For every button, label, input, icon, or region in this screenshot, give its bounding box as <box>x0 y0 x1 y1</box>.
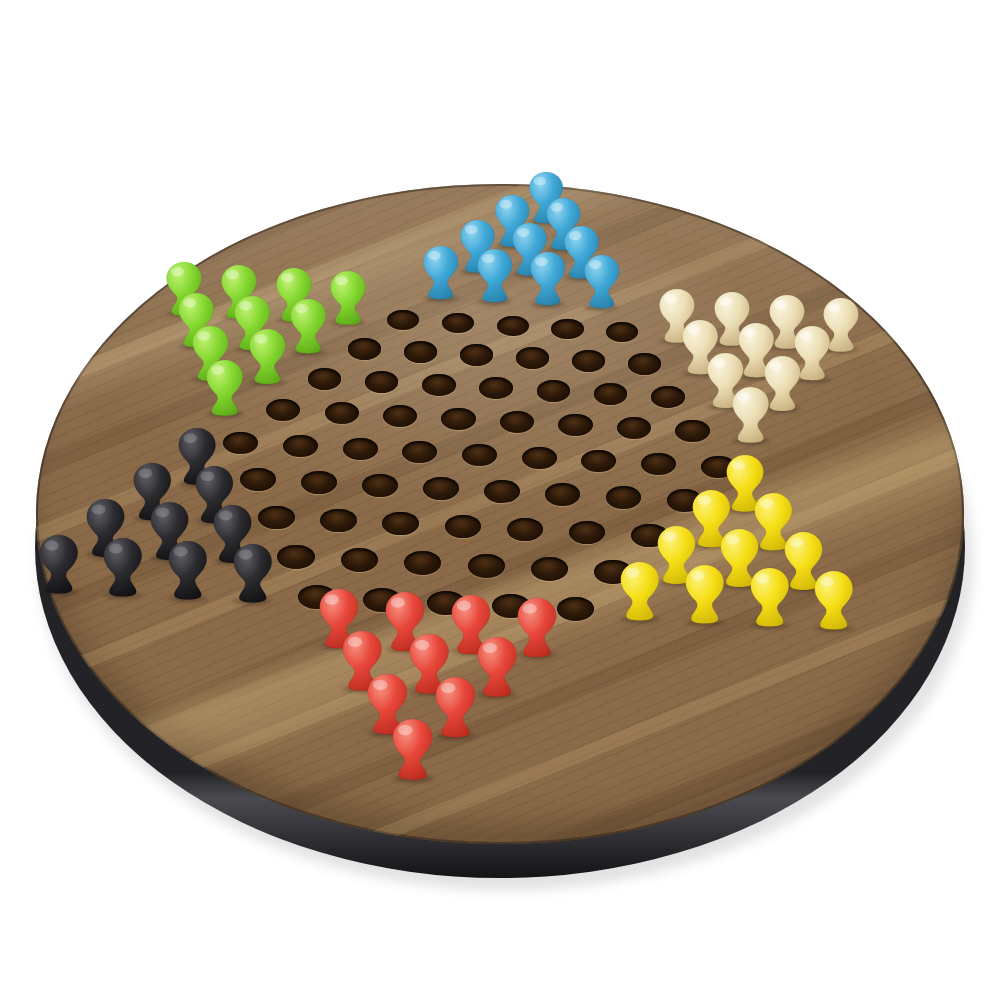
chinese-checkers-scene <box>0 0 1000 1000</box>
peg-shape-icon <box>37 534 80 594</box>
board-hole[interactable] <box>404 551 441 575</box>
peg-shape-icon <box>247 328 288 385</box>
peg-shape-icon <box>101 537 144 597</box>
board-hole[interactable] <box>423 477 459 500</box>
peg-shape-icon <box>166 540 209 600</box>
board-hole[interactable] <box>594 383 628 405</box>
peg-shape-icon <box>515 597 559 658</box>
board-hole[interactable] <box>277 545 314 569</box>
board-hole[interactable] <box>422 374 456 396</box>
peg-shape-icon <box>421 245 461 300</box>
board-hole[interactable] <box>537 380 571 402</box>
peg-blue[interactable] <box>421 245 461 300</box>
board-hole[interactable] <box>362 474 398 497</box>
peg-shape-icon <box>683 564 726 624</box>
board-hole[interactable] <box>572 350 605 371</box>
board-hole[interactable] <box>404 341 437 362</box>
peg-black[interactable] <box>101 537 144 597</box>
peg-yellow[interactable] <box>618 561 661 621</box>
peg-green[interactable] <box>288 298 328 354</box>
board-hole[interactable] <box>348 338 381 359</box>
peg-shape-icon <box>528 251 568 306</box>
board-hole[interactable] <box>531 557 568 581</box>
peg-shape-icon <box>582 254 622 309</box>
peg-blue[interactable] <box>475 248 515 303</box>
peg-shape-icon <box>475 636 519 698</box>
peg-shape-icon <box>204 359 245 416</box>
board-hole[interactable] <box>320 509 356 532</box>
board-hole[interactable] <box>460 344 493 365</box>
peg-blue[interactable] <box>582 254 622 309</box>
board-hole[interactable] <box>484 480 520 503</box>
board-hole[interactable] <box>365 371 399 393</box>
peg-shape-icon <box>748 567 791 627</box>
peg-yellow[interactable] <box>812 570 855 630</box>
peg-shape-icon <box>475 248 515 303</box>
peg-red[interactable] <box>390 718 435 781</box>
board-hole[interactable] <box>479 377 513 399</box>
board-hole[interactable] <box>468 554 505 578</box>
board-hole[interactable] <box>240 468 276 491</box>
peg-shape-icon <box>328 270 368 326</box>
board-hole[interactable] <box>301 471 337 494</box>
peg-yellow[interactable] <box>683 564 726 624</box>
board-hole[interactable] <box>258 506 294 529</box>
board-hole[interactable] <box>551 319 583 340</box>
board-hole[interactable] <box>651 386 685 408</box>
peg-shape-icon <box>433 676 478 738</box>
peg-yellow[interactable] <box>748 567 791 627</box>
board-hole[interactable] <box>343 438 378 461</box>
peg-shape-icon <box>288 298 328 354</box>
peg-natural[interactable] <box>730 386 771 443</box>
peg-shape-icon <box>812 570 855 630</box>
peg-green[interactable] <box>328 270 368 326</box>
board-hole[interactable] <box>341 548 378 572</box>
peg-shape-icon <box>390 718 435 781</box>
board-hole[interactable] <box>516 347 549 368</box>
board-hole[interactable] <box>497 316 529 337</box>
peg-shape-icon <box>231 543 274 603</box>
board-hole[interactable] <box>283 435 318 458</box>
peg-black[interactable] <box>37 534 80 594</box>
peg-shape-icon <box>618 561 661 621</box>
peg-green[interactable] <box>204 359 245 416</box>
board-hole[interactable] <box>522 447 557 470</box>
peg-red[interactable] <box>515 597 559 658</box>
peg-black[interactable] <box>231 543 274 603</box>
peg-shape-icon <box>730 386 771 443</box>
board-hole[interactable] <box>628 353 661 374</box>
peg-green[interactable] <box>247 328 288 385</box>
board-hole[interactable] <box>308 368 342 390</box>
peg-red[interactable] <box>433 676 478 738</box>
peg-black[interactable] <box>166 540 209 600</box>
board-hole[interactable] <box>462 444 497 467</box>
peg-blue[interactable] <box>528 251 568 306</box>
peg-red[interactable] <box>475 636 519 698</box>
